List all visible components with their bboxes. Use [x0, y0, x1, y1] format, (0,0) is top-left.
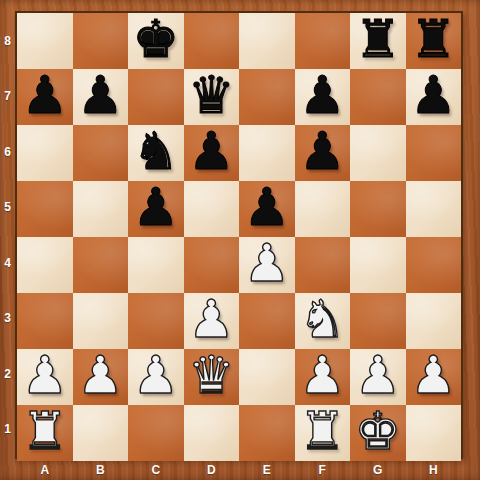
piece-black-pawn[interactable]: ♟ — [21, 67, 68, 123]
file-label-d: D — [184, 459, 240, 480]
rank-label-3: 3 — [0, 291, 15, 347]
square-a1[interactable]: ♜ — [17, 405, 73, 461]
piece-black-rook[interactable]: ♜ — [354, 11, 401, 67]
square-f5[interactable] — [295, 181, 351, 237]
piece-white-pawn[interactable]: ♟ — [354, 347, 401, 403]
piece-black-queen[interactable]: ♛ — [188, 67, 235, 123]
rank-label-6: 6 — [0, 124, 15, 180]
square-h3[interactable] — [406, 293, 462, 349]
square-a8[interactable] — [17, 13, 73, 69]
square-b8[interactable] — [73, 13, 129, 69]
square-g7[interactable] — [350, 69, 406, 125]
piece-white-pawn[interactable]: ♟ — [299, 347, 346, 403]
square-a4[interactable] — [17, 237, 73, 293]
square-f8[interactable] — [295, 13, 351, 69]
piece-white-rook[interactable]: ♜ — [299, 403, 346, 459]
file-label-e: E — [239, 459, 295, 480]
square-h5[interactable] — [406, 181, 462, 237]
square-c1[interactable] — [128, 405, 184, 461]
square-f2[interactable]: ♟ — [295, 349, 351, 405]
square-a7[interactable]: ♟ — [17, 69, 73, 125]
square-h2[interactable]: ♟ — [406, 349, 462, 405]
square-g3[interactable] — [350, 293, 406, 349]
square-g2[interactable]: ♟ — [350, 349, 406, 405]
square-b2[interactable]: ♟ — [73, 349, 129, 405]
square-b4[interactable] — [73, 237, 129, 293]
piece-black-king[interactable]: ♚ — [132, 11, 179, 67]
rank-label-4: 4 — [0, 235, 15, 291]
square-e3[interactable] — [239, 293, 295, 349]
piece-black-pawn[interactable]: ♟ — [243, 179, 290, 235]
square-d2[interactable]: ♛ — [184, 349, 240, 405]
file-label-h: H — [406, 459, 462, 480]
piece-black-pawn[interactable]: ♟ — [299, 67, 346, 123]
piece-black-pawn[interactable]: ♟ — [410, 67, 457, 123]
piece-white-pawn[interactable]: ♟ — [132, 347, 179, 403]
piece-white-pawn[interactable]: ♟ — [243, 235, 290, 291]
square-g1[interactable]: ♚ — [350, 405, 406, 461]
square-d8[interactable] — [184, 13, 240, 69]
piece-white-pawn[interactable]: ♟ — [410, 347, 457, 403]
piece-white-pawn[interactable]: ♟ — [188, 291, 235, 347]
square-e5[interactable]: ♟ — [239, 181, 295, 237]
square-g8[interactable]: ♜ — [350, 13, 406, 69]
square-d7[interactable]: ♛ — [184, 69, 240, 125]
rank-label-5: 5 — [0, 180, 15, 236]
piece-white-pawn[interactable]: ♟ — [77, 347, 124, 403]
square-c5[interactable]: ♟ — [128, 181, 184, 237]
square-f7[interactable]: ♟ — [295, 69, 351, 125]
file-label-b: B — [73, 459, 129, 480]
square-h6[interactable] — [406, 125, 462, 181]
file-label-a: A — [17, 459, 73, 480]
square-h1[interactable] — [406, 405, 462, 461]
square-b6[interactable] — [73, 125, 129, 181]
square-e2[interactable] — [239, 349, 295, 405]
square-b3[interactable] — [73, 293, 129, 349]
piece-black-pawn[interactable]: ♟ — [77, 67, 124, 123]
piece-black-pawn[interactable]: ♟ — [188, 123, 235, 179]
file-label-g: G — [350, 459, 406, 480]
square-d5[interactable] — [184, 181, 240, 237]
square-f4[interactable] — [295, 237, 351, 293]
square-a5[interactable] — [17, 181, 73, 237]
piece-white-queen[interactable]: ♛ — [188, 347, 235, 403]
square-d3[interactable]: ♟ — [184, 293, 240, 349]
square-h8[interactable]: ♜ — [406, 13, 462, 69]
square-d4[interactable] — [184, 237, 240, 293]
square-h7[interactable]: ♟ — [406, 69, 462, 125]
square-g6[interactable] — [350, 125, 406, 181]
square-b5[interactable] — [73, 181, 129, 237]
square-e4[interactable]: ♟ — [239, 237, 295, 293]
square-g4[interactable] — [350, 237, 406, 293]
piece-white-rook[interactable]: ♜ — [21, 403, 68, 459]
piece-black-pawn[interactable]: ♟ — [132, 179, 179, 235]
square-b7[interactable]: ♟ — [73, 69, 129, 125]
square-f1[interactable]: ♜ — [295, 405, 351, 461]
rank-label-2: 2 — [0, 346, 15, 402]
rank-label-7: 7 — [0, 69, 15, 125]
square-a6[interactable] — [17, 125, 73, 181]
square-d6[interactable]: ♟ — [184, 125, 240, 181]
square-g5[interactable] — [350, 181, 406, 237]
square-c8[interactable]: ♚ — [128, 13, 184, 69]
square-b1[interactable] — [73, 405, 129, 461]
piece-black-pawn[interactable]: ♟ — [299, 123, 346, 179]
piece-black-knight[interactable]: ♞ — [132, 123, 179, 179]
square-e6[interactable] — [239, 125, 295, 181]
file-label-f: F — [295, 459, 351, 480]
square-a2[interactable]: ♟ — [17, 349, 73, 405]
piece-white-king[interactable]: ♚ — [354, 403, 401, 459]
square-f6[interactable]: ♟ — [295, 125, 351, 181]
piece-black-rook[interactable]: ♜ — [410, 11, 457, 67]
file-label-c: C — [128, 459, 184, 480]
square-f3[interactable]: ♞ — [295, 293, 351, 349]
square-e7[interactable] — [239, 69, 295, 125]
square-c2[interactable]: ♟ — [128, 349, 184, 405]
square-c7[interactable] — [128, 69, 184, 125]
piece-white-knight[interactable]: ♞ — [299, 291, 346, 347]
square-e8[interactable] — [239, 13, 295, 69]
chess-board-frame: 87654321 ABCDEFGH ♚♜♜♟♟♛♟♟♞♟♟♟♟♟♟♞♟♟♟♛♟♟… — [0, 0, 480, 480]
file-labels: ABCDEFGH — [17, 459, 461, 480]
square-a3[interactable] — [17, 293, 73, 349]
square-e1[interactable] — [239, 405, 295, 461]
square-d1[interactable] — [184, 405, 240, 461]
square-c6[interactable]: ♞ — [128, 125, 184, 181]
square-c4[interactable] — [128, 237, 184, 293]
square-h4[interactable] — [406, 237, 462, 293]
rank-label-8: 8 — [0, 13, 15, 69]
rank-labels: 87654321 — [0, 13, 15, 457]
rank-label-1: 1 — [0, 402, 15, 458]
piece-white-pawn[interactable]: ♟ — [21, 347, 68, 403]
chess-board: ♚♜♜♟♟♛♟♟♞♟♟♟♟♟♟♞♟♟♟♛♟♟♟♜♜♚ — [15, 11, 463, 459]
square-c3[interactable] — [128, 293, 184, 349]
